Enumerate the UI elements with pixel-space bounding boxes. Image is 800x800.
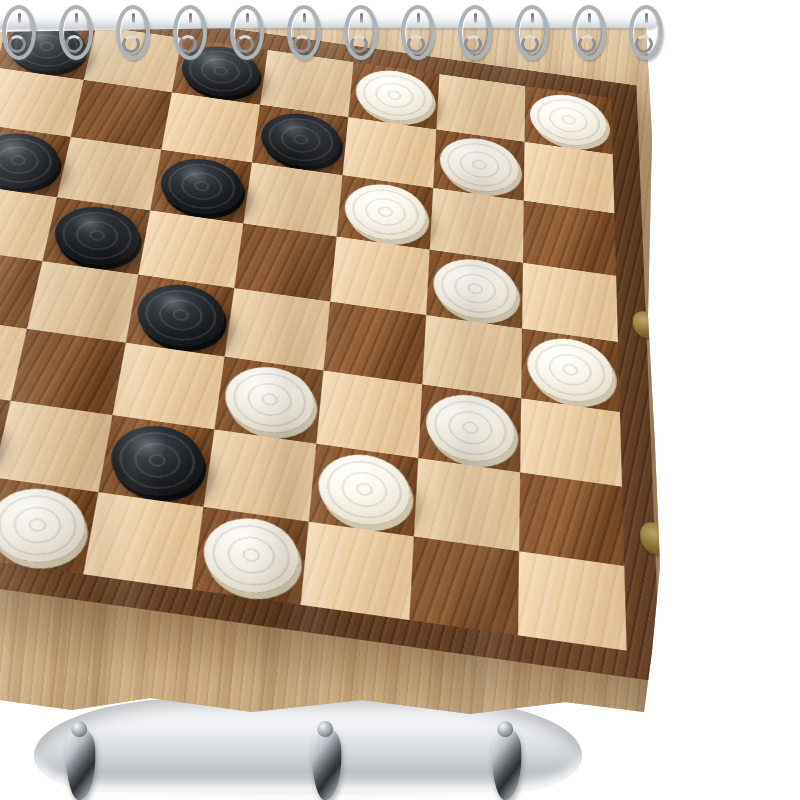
shower-ring <box>173 5 207 60</box>
shower-ring <box>629 5 663 60</box>
black-checker <box>0 128 65 193</box>
light-square-r6c4 <box>113 343 225 430</box>
dark-square-r7c6 <box>309 444 419 537</box>
shower-ring <box>116 5 150 60</box>
shower-curtain-mockup-page: { "game": { "name": "checkers", "variant… <box>0 0 800 800</box>
light-square-r7c5 <box>204 429 317 521</box>
shower-ring <box>515 5 549 60</box>
shower-ring <box>344 5 378 60</box>
dark-square-r8c5 <box>192 507 309 605</box>
shower-ring <box>230 5 264 60</box>
white-checker <box>354 66 435 126</box>
white-checker <box>315 449 412 531</box>
white-checker <box>527 333 614 407</box>
dark-square-r7c4 <box>98 415 214 507</box>
black-checker <box>105 420 208 501</box>
shower-curtain-panel <box>0 26 660 740</box>
white-checker <box>432 254 518 324</box>
dark-square-r6c5 <box>214 357 323 444</box>
brass-clasp-icon <box>632 310 660 341</box>
light-square-r8c4 <box>83 492 203 589</box>
light-square-r2c2 <box>0 68 84 137</box>
light-square-r8c6 <box>301 522 414 620</box>
light-square-r7c7 <box>414 458 520 551</box>
black-checker <box>132 279 228 351</box>
white-checker <box>199 512 302 599</box>
light-square-r6c8 <box>520 398 622 486</box>
white-checker <box>530 90 608 150</box>
white-checker <box>221 362 317 439</box>
white-checker <box>424 389 515 467</box>
black-checker <box>258 109 343 171</box>
black-checker <box>156 154 246 219</box>
shower-ring <box>572 5 606 60</box>
brass-clasp-icon <box>640 521 660 557</box>
checkers-grid <box>0 26 627 651</box>
white-checker <box>439 133 520 196</box>
dark-square-r8c7 <box>409 536 519 635</box>
shower-rod <box>0 13 658 28</box>
checkers-board <box>0 26 660 682</box>
light-square-r8c8 <box>518 551 627 650</box>
dark-square-r6c7 <box>418 384 521 472</box>
board-perspective-wrap <box>0 26 660 740</box>
white-checker <box>0 483 91 569</box>
shower-ring <box>2 5 36 60</box>
dark-square-r7c8 <box>519 472 624 566</box>
shower-ring <box>59 5 93 60</box>
shower-ring <box>401 5 435 60</box>
light-square-r6c6 <box>316 370 422 458</box>
dark-square-r6c3 <box>11 329 126 415</box>
black-checker <box>49 202 144 270</box>
shower-ring <box>287 5 321 60</box>
white-checker <box>342 179 427 245</box>
shower-ring <box>458 5 492 60</box>
light-square-r7c3 <box>0 401 113 492</box>
dark-square-r8c3 <box>0 477 98 574</box>
